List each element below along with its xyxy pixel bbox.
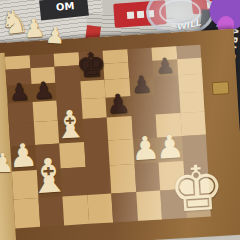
piece-black-king-d7[interactable]: ♚ — [79, 64, 104, 81]
photo-scene: OM EARLS STATION N.W.3 WILL ♚♟♟♟♟♟♝♟♟♟♝♚… — [0, 0, 240, 240]
piece-white-bishop-c4[interactable]: ♝ — [58, 119, 84, 143]
square-a5[interactable] — [154, 93, 180, 114]
captured-white-pawn[interactable]: ♟ — [44, 25, 65, 46]
square-h6[interactable] — [130, 95, 156, 116]
piece-black-pawn-e5[interactable]: ♟ — [105, 96, 131, 117]
piece-black-pawn-g7[interactable]: ♟ — [152, 59, 177, 76]
piece-black-pawn-b6[interactable]: ♟ — [31, 83, 57, 102]
square-f5[interactable] — [107, 116, 133, 140]
square-c2[interactable] — [136, 190, 162, 220]
square-a4[interactable] — [180, 112, 206, 136]
piece-white-bishop-b2[interactable]: ♝ — [36, 168, 62, 197]
board-squares: ♚♟♟♟♟♟♝♟♟♟♝♚ — [5, 45, 211, 229]
chess-board: ♚♟♟♟♟♟♝♟♟♟♝♚ — [0, 29, 240, 240]
square-b3[interactable] — [110, 164, 136, 193]
headline-text: OM — [56, 0, 75, 13]
square-d6[interactable] — [8, 102, 34, 123]
captured-white-pawn[interactable]: ♟ — [22, 17, 46, 41]
brass-hinge-icon — [212, 81, 230, 95]
captured-white-pawn[interactable]: ♟ — [0, 152, 14, 175]
square-b5[interactable] — [179, 92, 205, 113]
square-a2[interactable] — [87, 193, 113, 223]
square-f7[interactable] — [177, 58, 202, 75]
piece-white-king-h1[interactable]: ♚ — [185, 187, 211, 217]
piece-black-pawn-a6[interactable]: ♟ — [7, 84, 33, 103]
square-b2[interactable] — [111, 192, 137, 222]
piece-black-pawn-f6[interactable]: ♟ — [129, 77, 155, 96]
square-a3[interactable] — [85, 166, 111, 195]
square-c6[interactable] — [178, 74, 204, 93]
